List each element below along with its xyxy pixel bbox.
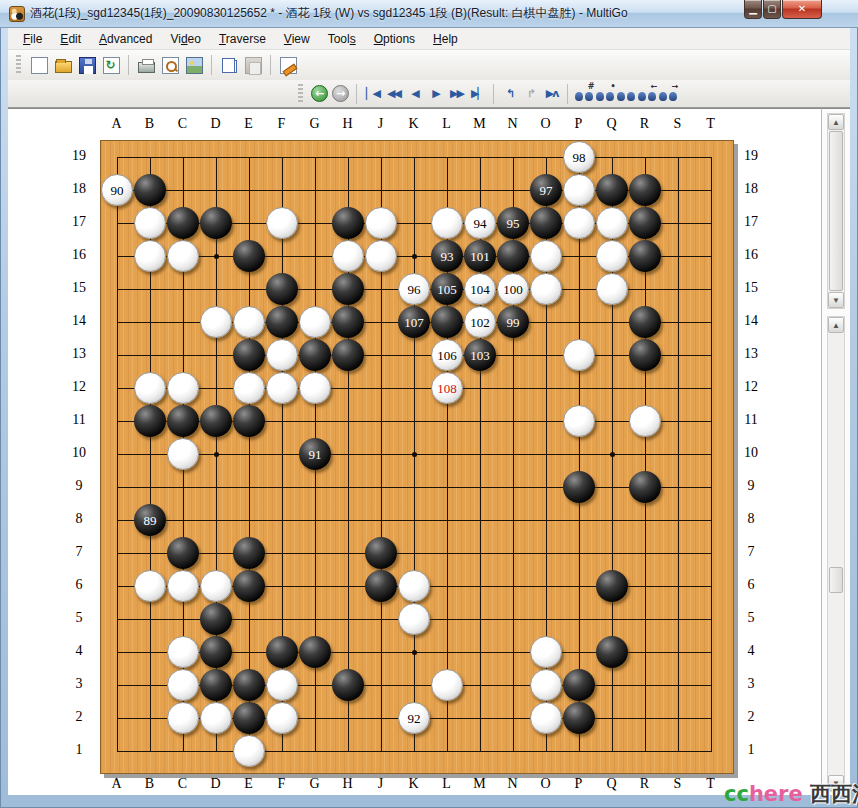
- black-stone-B11[interactable]: [134, 405, 166, 437]
- export-image-icon: [186, 57, 203, 74]
- move-number: 106: [437, 349, 457, 362]
- move-number: 97: [540, 184, 553, 197]
- row-label-19: 19: [736, 148, 766, 164]
- black-stone-B18[interactable]: [134, 174, 166, 206]
- column-label-P: P: [568, 776, 589, 792]
- print-button[interactable]: [134, 53, 158, 77]
- menu-item-view[interactable]: View: [275, 29, 319, 49]
- comment-scrollbar[interactable]: ▲ ▼: [827, 316, 845, 792]
- menu-item-tools[interactable]: Tools: [319, 29, 365, 49]
- row-label-15: 15: [64, 280, 94, 296]
- white-stone-F2[interactable]: [266, 702, 298, 734]
- find-move-by-number-button[interactable]: #: [573, 83, 594, 105]
- row-label-16: 16: [736, 247, 766, 263]
- row-label-16: 16: [64, 247, 94, 263]
- black-stone-H15[interactable]: [332, 273, 364, 305]
- row-label-11: 11: [64, 412, 94, 428]
- move-number: 99: [507, 316, 520, 329]
- black-stone-E2[interactable]: [233, 702, 265, 734]
- white-stone-O15[interactable]: [530, 273, 562, 305]
- watermark-here: here: [749, 782, 803, 806]
- black-stone-M16[interactable]: 101: [464, 240, 496, 272]
- column-label-T: T: [700, 776, 721, 792]
- column-label-H: H: [337, 776, 358, 792]
- last-move-button[interactable]: ▶▏: [467, 83, 488, 105]
- move-number: 93: [441, 250, 454, 263]
- side-panel-scroll-column: ▲ ▼ ▲ ▼: [821, 108, 850, 795]
- white-stone-Q15[interactable]: [596, 273, 628, 305]
- black-stone-R14[interactable]: [629, 306, 661, 338]
- white-stone-R11[interactable]: [629, 405, 661, 437]
- go-back-button[interactable]: ←: [309, 83, 330, 105]
- column-label-C: C: [172, 776, 193, 792]
- row-label-10: 10: [64, 445, 94, 461]
- row-label-9: 9: [64, 478, 94, 494]
- white-stone-L3[interactable]: [431, 669, 463, 701]
- fast-backward-button[interactable]: ◀◀: [383, 83, 404, 105]
- white-stone-C12[interactable]: [167, 372, 199, 404]
- row-label-18: 18: [736, 181, 766, 197]
- row-label-5: 5: [64, 610, 94, 626]
- navigation-toolbar: ←→▏◀◀◀◀▶▶▶▶▏↰↱▶ʌ#•←→: [8, 80, 850, 108]
- export-image-button[interactable]: [182, 53, 206, 77]
- white-stone-F3[interactable]: [266, 669, 298, 701]
- white-stone-J17[interactable]: [365, 207, 397, 239]
- white-stone-G12[interactable]: [299, 372, 331, 404]
- app-icon: [9, 6, 25, 22]
- go-board[interactable]: 9890979495931019610510410010710299106103…: [100, 140, 734, 774]
- column-label-O: O: [535, 776, 556, 792]
- row-label-18: 18: [64, 181, 94, 197]
- black-stone-E7[interactable]: [233, 537, 265, 569]
- black-stone-D11[interactable]: [200, 405, 232, 437]
- black-stone-B8[interactable]: 89: [134, 504, 166, 536]
- white-stone-M14[interactable]: 102: [464, 306, 496, 338]
- find-move-by-point-button[interactable]: •: [594, 83, 615, 105]
- print-icon: [138, 62, 155, 73]
- column-label-T: T: [700, 116, 721, 132]
- black-stone-C7[interactable]: [167, 537, 199, 569]
- open-button[interactable]: [51, 53, 75, 77]
- title-bar: 酒花(1段)_sgd12345(1段)_20090830125652 * - 酒…: [0, 0, 858, 28]
- black-stone-R18[interactable]: [629, 174, 661, 206]
- previous-move-button[interactable]: ◀: [404, 83, 425, 105]
- row-label-7: 7: [736, 544, 766, 560]
- column-label-S: S: [667, 776, 688, 792]
- row-label-15: 15: [736, 280, 766, 296]
- go-back-icon: ←: [311, 85, 328, 102]
- black-stone-C17[interactable]: [167, 207, 199, 239]
- column-label-L: L: [436, 116, 457, 132]
- move-number: 91: [309, 448, 322, 461]
- menu-item-edit[interactable]: Edit: [51, 29, 90, 49]
- column-label-D: D: [205, 116, 226, 132]
- black-stone-E6[interactable]: [233, 570, 265, 602]
- move-number: 105: [437, 283, 457, 296]
- toolbar-grip[interactable]: [16, 55, 21, 75]
- first-move-button[interactable]: ▏◀: [362, 83, 383, 105]
- black-stone-G13[interactable]: [299, 339, 331, 371]
- copy-icon: [226, 60, 237, 73]
- white-stone-B6[interactable]: [134, 570, 166, 602]
- white-stone-L12[interactable]: 108: [431, 372, 463, 404]
- move-number: 95: [507, 217, 520, 230]
- white-stone-L17[interactable]: [431, 207, 463, 239]
- white-stone-E12[interactable]: [233, 372, 265, 404]
- black-stone-D17[interactable]: [200, 207, 232, 239]
- toolbar-separator: [493, 84, 494, 104]
- white-stone-F17[interactable]: [266, 207, 298, 239]
- row-label-4: 4: [736, 643, 766, 659]
- black-stone-E11[interactable]: [233, 405, 265, 437]
- column-label-C: C: [172, 116, 193, 132]
- play-to-end-button[interactable]: ▶ʌ: [541, 83, 562, 105]
- row-label-14: 14: [64, 313, 94, 329]
- column-label-R: R: [634, 116, 655, 132]
- black-stone-G10[interactable]: 91: [299, 438, 331, 470]
- black-stone-R13[interactable]: [629, 339, 661, 371]
- white-stone-B16[interactable]: [134, 240, 166, 272]
- star-point-K10: [412, 452, 417, 457]
- column-label-O: O: [535, 116, 556, 132]
- black-stone-P9[interactable]: [563, 471, 595, 503]
- black-stone-N14[interactable]: 99: [497, 306, 529, 338]
- row-label-7: 7: [64, 544, 94, 560]
- maximize-button[interactable]: ▢: [763, 0, 781, 19]
- watermark-cc: cc: [724, 782, 749, 806]
- black-stone-N16[interactable]: [497, 240, 529, 272]
- scrollbar-thumb[interactable]: [829, 567, 843, 593]
- black-stone-Q4[interactable]: [596, 636, 628, 668]
- find-next-button[interactable]: →: [657, 83, 678, 105]
- row-label-4: 4: [64, 643, 94, 659]
- board-canvas: 9890979495931019610510410010710299106103…: [8, 108, 821, 795]
- move-number: 100: [503, 283, 523, 296]
- column-label-G: G: [304, 116, 325, 132]
- column-label-E: E: [238, 116, 259, 132]
- column-label-K: K: [403, 776, 424, 792]
- column-label-M: M: [469, 116, 490, 132]
- toolbar-separator: [356, 84, 357, 104]
- white-stone-J16[interactable]: [365, 240, 397, 272]
- row-label-6: 6: [736, 577, 766, 593]
- black-stone-M13[interactable]: 103: [464, 339, 496, 371]
- white-stone-G14[interactable]: [299, 306, 331, 338]
- scroll-down-icon[interactable]: ▼: [828, 292, 844, 308]
- column-label-Q: Q: [601, 116, 622, 132]
- column-label-N: N: [502, 116, 523, 132]
- black-stone-L15[interactable]: 105: [431, 273, 463, 305]
- black-stone-E13[interactable]: [233, 339, 265, 371]
- go-forward-icon: →: [332, 85, 349, 102]
- row-label-10: 10: [736, 445, 766, 461]
- move-number: 92: [408, 712, 421, 725]
- column-label-S: S: [667, 116, 688, 132]
- find-comment-icon: [617, 86, 635, 102]
- close-button[interactable]: ✕: [782, 0, 822, 19]
- black-stone-P3[interactable]: [563, 669, 595, 701]
- move-number: 104: [470, 283, 490, 296]
- row-label-3: 3: [64, 676, 94, 692]
- move-number: 96: [408, 283, 421, 296]
- column-label-B: B: [139, 116, 160, 132]
- black-stone-L16[interactable]: 93: [431, 240, 463, 272]
- black-stone-K14[interactable]: 107: [398, 306, 430, 338]
- white-stone-D6[interactable]: [200, 570, 232, 602]
- row-label-17: 17: [736, 214, 766, 230]
- watermark: cchere 西西河: [724, 780, 858, 808]
- toolbar-grip[interactable]: [298, 84, 303, 104]
- black-stone-E3[interactable]: [233, 669, 265, 701]
- white-stone-O3[interactable]: [530, 669, 562, 701]
- white-stone-P17[interactable]: [563, 207, 595, 239]
- black-stone-D3[interactable]: [200, 669, 232, 701]
- watermark-site: 西西河: [810, 782, 858, 806]
- white-stone-K2[interactable]: 92: [398, 702, 430, 734]
- new-icon: [31, 57, 48, 74]
- move-number: 101: [470, 250, 490, 263]
- scrollbar-thumb[interactable]: [829, 131, 843, 291]
- column-label-G: G: [304, 776, 325, 792]
- scroll-up-icon[interactable]: ▲: [828, 317, 844, 333]
- black-stone-N17[interactable]: 95: [497, 207, 529, 239]
- white-stone-K5[interactable]: [398, 603, 430, 635]
- back-to-parent-button[interactable]: ↰: [499, 83, 520, 105]
- column-label-F: F: [271, 776, 292, 792]
- next-variation-button[interactable]: ↱: [520, 83, 541, 105]
- column-label-A: A: [106, 116, 127, 132]
- star-point-K16: [412, 254, 417, 259]
- white-stone-M15[interactable]: 104: [464, 273, 496, 305]
- game-info-icon: [280, 57, 297, 74]
- find-move-by-point-icon: •: [596, 86, 614, 102]
- black-stone-Q6[interactable]: [596, 570, 628, 602]
- column-label-R: R: [634, 776, 655, 792]
- tree-scrollbar[interactable]: ▲ ▼: [827, 113, 845, 309]
- row-label-1: 1: [736, 742, 766, 758]
- go-forward-button[interactable]: →: [330, 83, 351, 105]
- toolbar-separator: [211, 55, 212, 75]
- move-number: 89: [144, 514, 157, 527]
- column-label-E: E: [238, 776, 259, 792]
- row-label-1: 1: [64, 742, 94, 758]
- column-label-Q: Q: [601, 776, 622, 792]
- row-label-13: 13: [64, 346, 94, 362]
- white-stone-L13[interactable]: 106: [431, 339, 463, 371]
- white-stone-F12[interactable]: [266, 372, 298, 404]
- row-label-17: 17: [64, 214, 94, 230]
- paste-icon: [245, 57, 262, 74]
- black-stone-G4[interactable]: [299, 636, 331, 668]
- black-stone-D4[interactable]: [200, 636, 232, 668]
- black-stone-L14[interactable]: [431, 306, 463, 338]
- minimize-button[interactable]: ▁: [744, 0, 762, 19]
- white-stone-P11[interactable]: [563, 405, 595, 437]
- row-label-6: 6: [64, 577, 94, 593]
- white-stone-E14[interactable]: [233, 306, 265, 338]
- column-label-B: B: [139, 776, 160, 792]
- toolbar-separator: [270, 55, 271, 75]
- find-previous-button[interactable]: ←: [636, 83, 657, 105]
- black-stone-Q18[interactable]: [596, 174, 628, 206]
- column-label-D: D: [205, 776, 226, 792]
- black-stone-F14[interactable]: [266, 306, 298, 338]
- save-button[interactable]: [75, 53, 99, 77]
- move-number: 102: [470, 316, 490, 329]
- black-stone-D5[interactable]: [200, 603, 232, 635]
- white-stone-C16[interactable]: [167, 240, 199, 272]
- row-label-11: 11: [736, 412, 766, 428]
- white-stone-P19[interactable]: 98: [563, 141, 595, 173]
- row-label-5: 5: [736, 610, 766, 626]
- print-preview-button[interactable]: [158, 53, 182, 77]
- window-title: 酒花(1段)_sgd12345(1段)_20090830125652 * - 酒…: [30, 5, 628, 22]
- reload-icon: [103, 57, 120, 74]
- white-stone-D2[interactable]: [200, 702, 232, 734]
- white-stone-Q17[interactable]: [596, 207, 628, 239]
- find-comment-button[interactable]: [615, 83, 636, 105]
- black-stone-C11[interactable]: [167, 405, 199, 437]
- black-stone-H14[interactable]: [332, 306, 364, 338]
- black-stone-R16[interactable]: [629, 240, 661, 272]
- white-stone-P18[interactable]: [563, 174, 595, 206]
- new-button[interactable]: [27, 53, 51, 77]
- black-stone-O18[interactable]: 97: [530, 174, 562, 206]
- black-stone-P2[interactable]: [563, 702, 595, 734]
- star-point-Q10: [610, 452, 615, 457]
- find-next-icon: →: [659, 86, 677, 102]
- menu-item-file[interactable]: File: [14, 29, 51, 49]
- move-number: 107: [404, 316, 424, 329]
- move-number: 103: [470, 349, 490, 362]
- multigo-window: 酒花(1段)_sgd12345(1段)_20090830125652 * - 酒…: [0, 0, 858, 808]
- column-label-M: M: [469, 776, 490, 792]
- fast-forward-button[interactable]: ▶▶: [446, 83, 467, 105]
- white-stone-K6[interactable]: [398, 570, 430, 602]
- black-stone-H13[interactable]: [332, 339, 364, 371]
- black-stone-H3[interactable]: [332, 669, 364, 701]
- white-stone-C2[interactable]: [167, 702, 199, 734]
- white-stone-Q16[interactable]: [596, 240, 628, 272]
- white-stone-K15[interactable]: 96: [398, 273, 430, 305]
- row-label-3: 3: [736, 676, 766, 692]
- white-stone-D14[interactable]: [200, 306, 232, 338]
- star-point-D16: [214, 254, 219, 259]
- row-label-8: 8: [64, 511, 94, 527]
- black-stone-E16[interactable]: [233, 240, 265, 272]
- row-label-2: 2: [736, 709, 766, 725]
- black-stone-R9[interactable]: [629, 471, 661, 503]
- black-stone-H17[interactable]: [332, 207, 364, 239]
- white-stone-O16[interactable]: [530, 240, 562, 272]
- white-stone-O4[interactable]: [530, 636, 562, 668]
- move-number: 94: [474, 217, 487, 230]
- white-stone-F13[interactable]: [266, 339, 298, 371]
- star-point-K4: [412, 650, 417, 655]
- row-label-9: 9: [736, 478, 766, 494]
- column-label-A: A: [106, 776, 127, 792]
- row-label-14: 14: [736, 313, 766, 329]
- white-stone-B12[interactable]: [134, 372, 166, 404]
- reload-button[interactable]: [99, 53, 123, 77]
- row-label-13: 13: [736, 346, 766, 362]
- black-stone-J6[interactable]: [365, 570, 397, 602]
- paste-button[interactable]: [241, 53, 265, 77]
- column-label-F: F: [271, 116, 292, 132]
- menu-bar: FileEditAdvancedVideoTraverseViewToolsOp…: [8, 28, 850, 50]
- board-grid[interactable]: 9890979495931019610510410010710299106103…: [117, 157, 712, 752]
- save-icon: [79, 57, 96, 74]
- column-label-L: L: [436, 776, 457, 792]
- white-stone-N15[interactable]: 100: [497, 273, 529, 305]
- menu-item-video[interactable]: Video: [161, 29, 210, 49]
- toolbar-separator: [128, 55, 129, 75]
- column-label-K: K: [403, 116, 424, 132]
- white-stone-C4[interactable]: [167, 636, 199, 668]
- white-stone-B17[interactable]: [134, 207, 166, 239]
- file-toolbar: [8, 50, 850, 80]
- white-stone-P13[interactable]: [563, 339, 595, 371]
- black-stone-J7[interactable]: [365, 537, 397, 569]
- menu-item-traverse[interactable]: Traverse: [210, 29, 275, 49]
- white-stone-C3[interactable]: [167, 669, 199, 701]
- print-preview-icon: [162, 57, 179, 74]
- find-move-by-number-icon: #: [575, 86, 593, 102]
- open-icon: [55, 61, 72, 73]
- white-stone-H16[interactable]: [332, 240, 364, 272]
- column-label-J: J: [370, 116, 391, 132]
- white-stone-A18[interactable]: 90: [101, 174, 133, 206]
- game-info-button[interactable]: [276, 53, 300, 77]
- column-label-J: J: [370, 776, 391, 792]
- column-label-P: P: [568, 116, 589, 132]
- row-label-2: 2: [64, 709, 94, 725]
- white-stone-M17[interactable]: 94: [464, 207, 496, 239]
- column-label-N: N: [502, 776, 523, 792]
- next-move-button[interactable]: ▶: [425, 83, 446, 105]
- column-label-H: H: [337, 116, 358, 132]
- find-previous-icon: ←: [638, 86, 656, 102]
- toolbar-separator: [567, 84, 568, 104]
- black-stone-O17[interactable]: [530, 207, 562, 239]
- row-label-8: 8: [736, 511, 766, 527]
- white-stone-E1[interactable]: [233, 735, 265, 767]
- white-stone-C6[interactable]: [167, 570, 199, 602]
- menu-item-options[interactable]: Options: [365, 29, 424, 49]
- row-label-19: 19: [64, 148, 94, 164]
- scroll-up-icon[interactable]: ▲: [828, 114, 844, 130]
- move-number: 90: [111, 184, 124, 197]
- menu-item-advanced[interactable]: Advanced: [90, 29, 161, 49]
- menu-item-help[interactable]: Help: [424, 29, 467, 49]
- row-label-12: 12: [736, 379, 766, 395]
- white-stone-C10[interactable]: [167, 438, 199, 470]
- move-number: 108: [437, 382, 457, 395]
- black-stone-F4[interactable]: [266, 636, 298, 668]
- black-stone-R17[interactable]: [629, 207, 661, 239]
- move-number: 98: [573, 151, 586, 164]
- row-label-12: 12: [64, 379, 94, 395]
- copy-button[interactable]: [217, 53, 241, 77]
- star-point-D10: [214, 452, 219, 457]
- white-stone-O2[interactable]: [530, 702, 562, 734]
- black-stone-F15[interactable]: [266, 273, 298, 305]
